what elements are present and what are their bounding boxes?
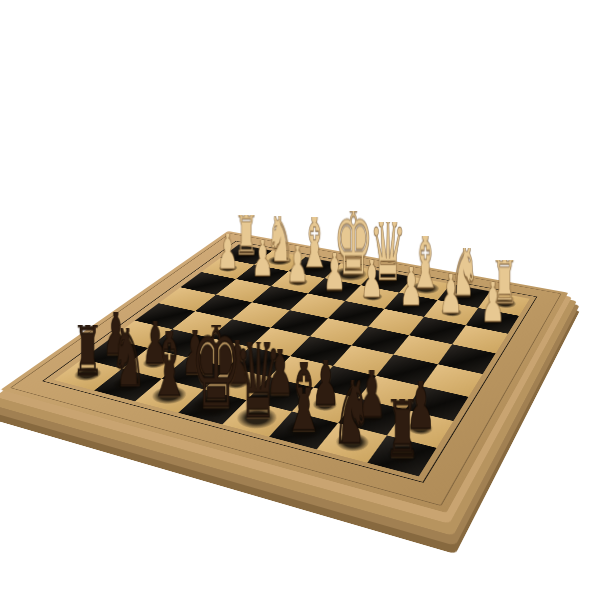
product-photo: ♜♞♝♛♚♝♞♜♟♟♟♟♟♟♟♟♟♟♟♟♟♟♟♟♜♞♝♛♚♝♞♜ bbox=[0, 0, 600, 600]
chess-board: ♜♞♝♛♚♝♞♜♟♟♟♟♟♟♟♟♟♟♟♟♟♟♟♟♜♞♝♛♚♝♞♜ bbox=[54, 245, 530, 477]
photo-scene: ♜♞♝♛♚♝♞♜♟♟♟♟♟♟♟♟♟♟♟♟♟♟♟♟♜♞♝♛♚♝♞♜ bbox=[0, 0, 600, 600]
white-pawn-a2: ♟ bbox=[465, 282, 519, 321]
black-rook-a8: ♜ bbox=[368, 399, 437, 455]
